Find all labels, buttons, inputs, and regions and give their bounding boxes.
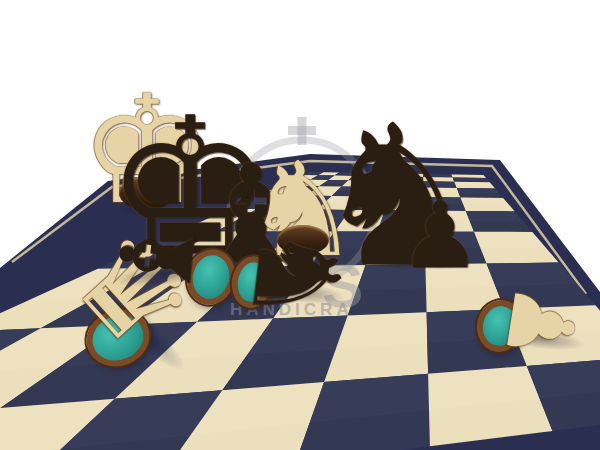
- chess-set-photo: S HANDICRA ♚♚♝♞♞♟♛♝♞♟: [0, 0, 600, 450]
- pieces-layer: ♚♚♝♞♞♟♛♝♞♟: [0, 0, 600, 450]
- white-pawn-fallen: ♟: [491, 278, 590, 370]
- black-knight-fallen: ♞: [234, 218, 361, 334]
- black-bishop-fallen: ♝: [104, 207, 213, 307]
- black-pawn-standing: ♟: [399, 190, 481, 282]
